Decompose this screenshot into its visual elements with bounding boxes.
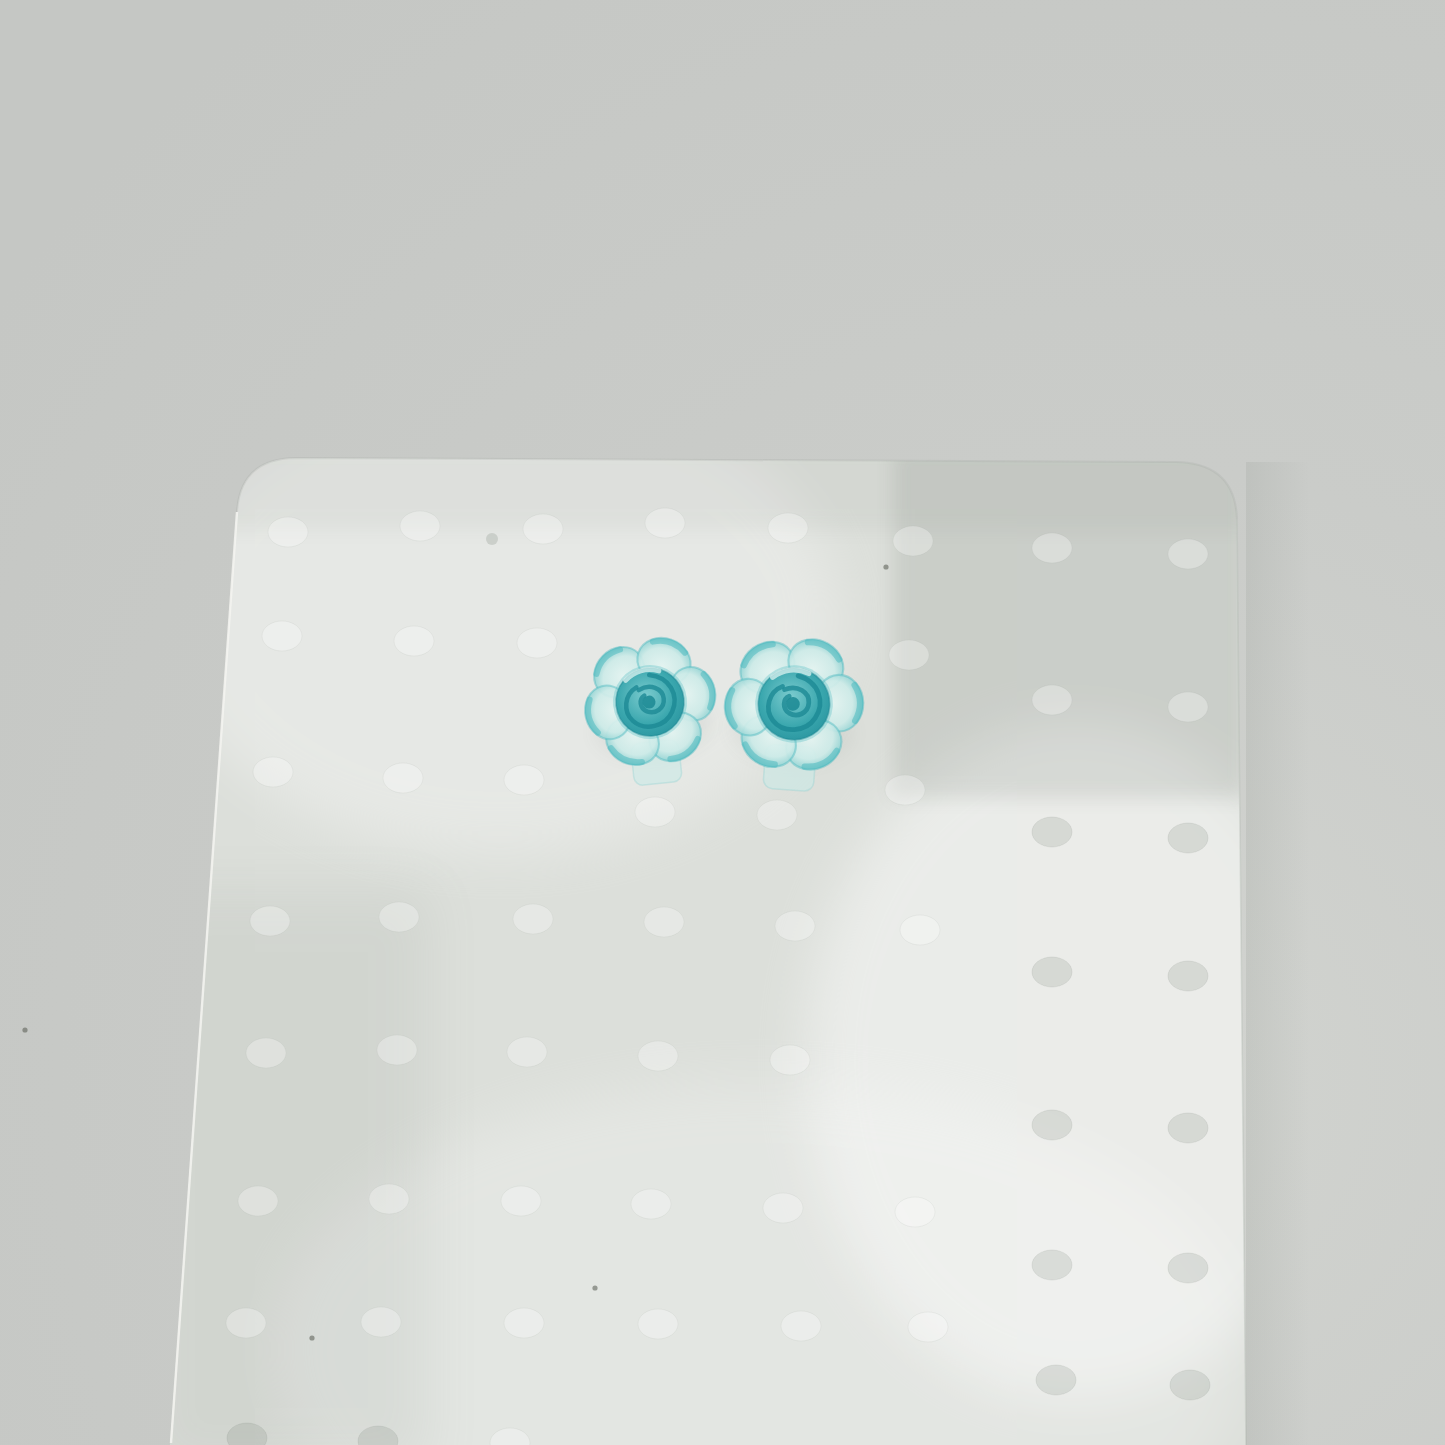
card-hole <box>262 621 302 651</box>
card-hole <box>1168 692 1208 722</box>
card-hole <box>638 1309 678 1339</box>
card-hole <box>889 640 929 670</box>
card-hole <box>379 902 419 932</box>
card-hole <box>635 797 675 827</box>
card-hole <box>501 1186 541 1216</box>
card-right-cast-shadow <box>1246 462 1310 1445</box>
product-photo-scene <box>0 0 1445 1445</box>
card-hole <box>504 765 544 795</box>
card-hole <box>377 1035 417 1065</box>
card-hole <box>1170 1370 1210 1400</box>
card-hole <box>513 904 553 934</box>
card-hole <box>383 763 423 793</box>
card-hole <box>1032 685 1072 715</box>
dust-speck <box>592 1285 597 1290</box>
card-hole <box>507 1037 547 1067</box>
card-small-hole <box>486 533 498 545</box>
card-hole <box>1168 1113 1208 1143</box>
card-hole <box>1036 1365 1076 1395</box>
card-hole <box>1168 1253 1208 1283</box>
card-hole <box>781 1311 821 1341</box>
card-hole <box>361 1307 401 1337</box>
card-hole <box>763 1193 803 1223</box>
card-hole <box>1032 1250 1072 1280</box>
card-hole <box>523 514 563 544</box>
card-hole <box>238 1186 278 1216</box>
card-hole <box>885 775 925 805</box>
card-hole <box>1168 539 1208 569</box>
dust-speck <box>309 1335 314 1340</box>
card-hole <box>638 1041 678 1071</box>
card-hole <box>253 757 293 787</box>
card-hole <box>770 1045 810 1075</box>
card-hole <box>250 906 290 936</box>
card-hole <box>895 1197 935 1227</box>
card-hole <box>900 915 940 945</box>
card-hole <box>369 1184 409 1214</box>
card-hole <box>768 513 808 543</box>
dust-speck <box>22 1027 27 1032</box>
card-hole <box>645 508 685 538</box>
card-hole <box>1032 1110 1072 1140</box>
card-hole <box>1168 823 1208 853</box>
card-hole <box>226 1308 266 1338</box>
card-hole <box>517 628 557 658</box>
card-hole <box>1168 961 1208 991</box>
card-hole <box>908 1312 948 1342</box>
card-hole <box>394 626 434 656</box>
card-hole <box>400 511 440 541</box>
card-hole <box>631 1189 671 1219</box>
card-hole <box>644 907 684 937</box>
display-card-group <box>150 385 1345 1445</box>
photo-svg <box>0 0 1445 1445</box>
card-hole <box>1032 957 1072 987</box>
card-hole <box>757 800 797 830</box>
card-hole <box>1032 533 1072 563</box>
dust-speck <box>883 564 888 569</box>
card-corner-shadow-rect <box>893 448 1245 798</box>
card-hole <box>893 526 933 556</box>
card-hole <box>504 1308 544 1338</box>
card-hole <box>268 517 308 547</box>
card-hole <box>775 911 815 941</box>
card-hole <box>246 1038 286 1068</box>
card-hole <box>1032 817 1072 847</box>
